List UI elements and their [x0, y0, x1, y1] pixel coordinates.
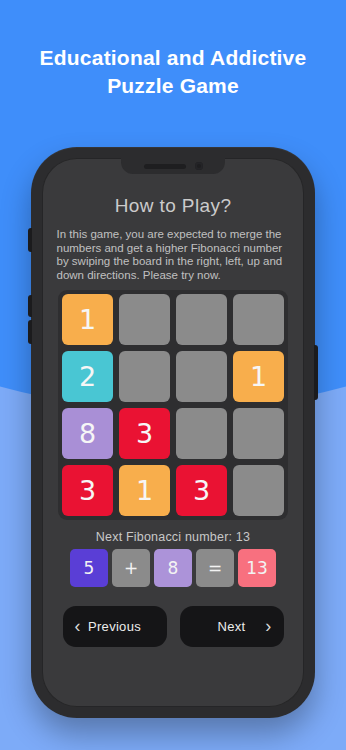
next-button[interactable]: Next ›	[180, 606, 284, 647]
tile-r1c0: 2	[62, 351, 113, 402]
equation-equals-sign: =	[196, 549, 234, 587]
tile-r2c0: 8	[62, 408, 113, 459]
speaker-grille-icon	[144, 164, 186, 169]
tile-r2c3	[233, 408, 284, 459]
page-title-line1: Educational and Addictive	[40, 46, 307, 69]
equation-result-13: 13	[238, 549, 276, 587]
phone-notch	[121, 158, 225, 174]
fibonacci-equation: 5 + 8 = 13	[70, 549, 276, 587]
tile-r1c2	[176, 351, 227, 402]
tile-r2c1: 3	[119, 408, 170, 459]
tile-r3c3	[233, 465, 284, 516]
how-to-play-heading: How to Play?	[115, 195, 232, 217]
next-button-label: Next	[218, 619, 246, 634]
volume-up-button	[28, 295, 32, 317]
silent-switch	[28, 228, 32, 252]
next-fibonacci-label: Next Fibonacci number: 13	[96, 530, 250, 544]
chevron-right-icon: ›	[265, 617, 271, 635]
phone-mockup: How to Play? In this game, you are expec…	[31, 147, 315, 718]
tile-r0c2	[176, 294, 227, 345]
phone-screen: How to Play? In this game, you are expec…	[42, 158, 304, 707]
tile-r2c2	[176, 408, 227, 459]
volume-down-button	[28, 320, 32, 344]
previous-button-label: Previous	[88, 619, 141, 634]
instructions-text: In this game, you are expected to merge …	[57, 228, 290, 283]
power-button	[314, 345, 318, 400]
tile-r1c3: 1	[233, 351, 284, 402]
page-title-line2: Puzzle Game	[107, 74, 239, 97]
tile-r0c0: 1	[62, 294, 113, 345]
previous-button[interactable]: ‹ Previous	[63, 606, 167, 647]
game-board[interactable]: 1 2 1 8 3 3 1 3	[58, 290, 288, 520]
tile-r0c1	[119, 294, 170, 345]
chevron-left-icon: ‹	[75, 617, 81, 635]
tile-r1c1	[119, 351, 170, 402]
page-title: Educational and AddictivePuzzle Game	[0, 44, 346, 100]
tile-r3c2: 3	[176, 465, 227, 516]
equation-operand-5: 5	[70, 549, 108, 587]
tile-r0c3	[233, 294, 284, 345]
nav-buttons: ‹ Previous Next ›	[63, 606, 284, 647]
equation-plus-operator: +	[112, 549, 150, 587]
tile-r3c0: 3	[62, 465, 113, 516]
front-camera-icon	[195, 162, 203, 170]
equation-operand-8: 8	[154, 549, 192, 587]
tile-r3c1: 1	[119, 465, 170, 516]
